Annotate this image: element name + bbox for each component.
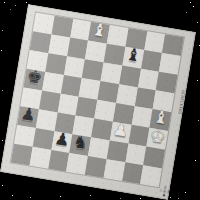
piece-black-king[interactable]: ♚ [26,68,44,87]
piece-white-pawn[interactable]: ♟ [112,121,130,140]
piece-black-bishop[interactable]: ♝ [124,46,142,65]
corner-pieces-emblem: ♙ ♘♔♗ ♟ [158,184,171,198]
board-grid: ♝♝♚♝♟♟♚♟♞ [11,13,184,188]
piece-black-knight[interactable]: ♞ [72,133,90,152]
piece-black-pawn[interactable]: ♟ [19,105,37,124]
piece-white-bishop[interactable]: ♝ [91,21,109,40]
photo-scene: ♝♝♚♝♟♟♚♟♞ Ⓒ CHECKERS ♙ ♘♔♗ ♟ [0,0,200,200]
chess-board: ♝♝♚♝♟♟♚♟♞ Ⓒ CHECKERS ♙ ♘♔♗ ♟ [0,4,196,200]
piece-white-king[interactable]: ♚ [149,127,167,146]
square-h1[interactable] [140,165,162,187]
background-speckles [0,0,1,1]
piece-black-pawn[interactable]: ♟ [53,130,71,149]
board-edge-brand-text: Ⓒ CHECKERS [174,86,187,124]
